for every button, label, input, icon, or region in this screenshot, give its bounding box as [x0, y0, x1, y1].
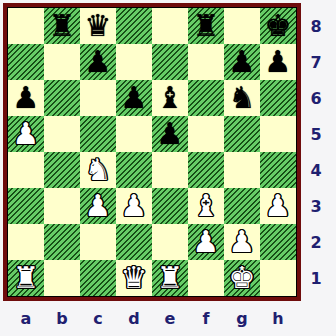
square-h2[interactable] — [260, 224, 296, 260]
square-c4[interactable]: ♞ — [80, 152, 116, 188]
square-h5[interactable] — [260, 116, 296, 152]
file-label-f: f — [188, 304, 224, 332]
square-g2[interactable]: ♟ — [224, 224, 260, 260]
square-a7[interactable] — [8, 44, 44, 80]
square-b3[interactable] — [44, 188, 80, 224]
square-f4[interactable] — [188, 152, 224, 188]
chess-board: ♜♛♜♚♟♟♟♟♟♝♞♟♟♞♟♟♝♟♟♟♜♛♜♚ — [7, 7, 297, 297]
file-label-a: a — [8, 304, 44, 332]
rank-label-4: 4 — [303, 152, 329, 188]
square-g7[interactable]: ♟ — [224, 44, 260, 80]
piece-white-pawn[interactable]: ♟ — [193, 224, 220, 260]
file-label-e: e — [152, 304, 188, 332]
rank-label-6: 6 — [303, 80, 329, 116]
piece-white-pawn[interactable]: ♟ — [229, 224, 256, 260]
piece-black-queen[interactable]: ♛ — [85, 8, 112, 44]
square-d5[interactable] — [116, 116, 152, 152]
rank-label-1: 1 — [303, 260, 329, 296]
square-e3[interactable] — [152, 188, 188, 224]
square-b6[interactable] — [44, 80, 80, 116]
square-f8[interactable]: ♜ — [188, 8, 224, 44]
square-c3[interactable]: ♟ — [80, 188, 116, 224]
square-b4[interactable] — [44, 152, 80, 188]
square-h4[interactable] — [260, 152, 296, 188]
square-b7[interactable] — [44, 44, 80, 80]
square-h7[interactable]: ♟ — [260, 44, 296, 80]
square-h1[interactable] — [260, 260, 296, 296]
piece-black-rook[interactable]: ♜ — [193, 8, 220, 44]
piece-white-rook[interactable]: ♜ — [13, 260, 40, 296]
square-c5[interactable] — [80, 116, 116, 152]
square-d4[interactable] — [116, 152, 152, 188]
square-f7[interactable] — [188, 44, 224, 80]
square-d2[interactable] — [116, 224, 152, 260]
square-e1[interactable]: ♜ — [152, 260, 188, 296]
square-a6[interactable]: ♟ — [8, 80, 44, 116]
piece-white-pawn[interactable]: ♟ — [265, 188, 292, 224]
square-g5[interactable] — [224, 116, 260, 152]
square-h6[interactable] — [260, 80, 296, 116]
rank-label-8: 8 — [303, 8, 329, 44]
piece-black-knight[interactable]: ♞ — [229, 80, 256, 116]
piece-black-pawn[interactable]: ♟ — [121, 80, 148, 116]
piece-white-pawn[interactable]: ♟ — [85, 188, 112, 224]
square-b2[interactable] — [44, 224, 80, 260]
piece-black-pawn[interactable]: ♟ — [229, 44, 256, 80]
piece-white-queen[interactable]: ♛ — [121, 260, 148, 296]
square-d6[interactable]: ♟ — [116, 80, 152, 116]
square-b8[interactable]: ♜ — [44, 8, 80, 44]
square-a2[interactable] — [8, 224, 44, 260]
square-e8[interactable] — [152, 8, 188, 44]
piece-black-pawn[interactable]: ♟ — [13, 80, 40, 116]
file-label-c: c — [80, 304, 116, 332]
square-a4[interactable] — [8, 152, 44, 188]
file-label-h: h — [260, 304, 296, 332]
square-g6[interactable]: ♞ — [224, 80, 260, 116]
piece-white-rook[interactable]: ♜ — [157, 260, 184, 296]
file-label-g: g — [224, 304, 260, 332]
piece-white-knight[interactable]: ♞ — [85, 152, 112, 188]
piece-black-pawn[interactable]: ♟ — [265, 44, 292, 80]
file-label-d: d — [116, 304, 152, 332]
square-c6[interactable] — [80, 80, 116, 116]
square-b5[interactable] — [44, 116, 80, 152]
square-f2[interactable]: ♟ — [188, 224, 224, 260]
rank-label-7: 7 — [303, 44, 329, 80]
square-h8[interactable]: ♚ — [260, 8, 296, 44]
square-d7[interactable] — [116, 44, 152, 80]
square-c8[interactable]: ♛ — [80, 8, 116, 44]
square-c1[interactable] — [80, 260, 116, 296]
square-a1[interactable]: ♜ — [8, 260, 44, 296]
square-g8[interactable] — [224, 8, 260, 44]
square-f1[interactable] — [188, 260, 224, 296]
square-d1[interactable]: ♛ — [116, 260, 152, 296]
square-a3[interactable] — [8, 188, 44, 224]
square-h3[interactable]: ♟ — [260, 188, 296, 224]
square-e5[interactable]: ♟ — [152, 116, 188, 152]
chess-diagram: ♜♛♜♚♟♟♟♟♟♝♞♟♟♞♟♟♝♟♟♟♜♛♜♚ abcdefgh 876543… — [0, 0, 336, 336]
board-frame: ♜♛♜♚♟♟♟♟♟♝♞♟♟♞♟♟♝♟♟♟♜♛♜♚ — [3, 3, 301, 301]
square-c7[interactable]: ♟ — [80, 44, 116, 80]
square-d3[interactable]: ♟ — [116, 188, 152, 224]
piece-black-king[interactable]: ♚ — [265, 8, 292, 44]
piece-white-pawn[interactable]: ♟ — [121, 188, 148, 224]
square-a8[interactable] — [8, 8, 44, 44]
square-e7[interactable] — [152, 44, 188, 80]
square-e4[interactable] — [152, 152, 188, 188]
piece-white-bishop[interactable]: ♝ — [193, 188, 220, 224]
square-c2[interactable] — [80, 224, 116, 260]
piece-black-pawn[interactable]: ♟ — [157, 116, 184, 152]
square-f5[interactable] — [188, 116, 224, 152]
piece-black-pawn[interactable]: ♟ — [85, 44, 112, 80]
square-a5[interactable]: ♟ — [8, 116, 44, 152]
square-b1[interactable] — [44, 260, 80, 296]
square-f3[interactable]: ♝ — [188, 188, 224, 224]
file-label-b: b — [44, 304, 80, 332]
square-d8[interactable] — [116, 8, 152, 44]
rank-labels: 87654321 — [303, 8, 329, 296]
rank-label-5: 5 — [303, 116, 329, 152]
piece-black-bishop[interactable]: ♝ — [157, 80, 184, 116]
piece-white-king[interactable]: ♚ — [229, 260, 256, 296]
rank-label-2: 2 — [303, 224, 329, 260]
file-labels: abcdefgh — [8, 304, 296, 332]
piece-white-pawn[interactable]: ♟ — [13, 116, 40, 152]
piece-black-rook[interactable]: ♜ — [49, 8, 76, 44]
square-e2[interactable] — [152, 224, 188, 260]
square-f6[interactable] — [188, 80, 224, 116]
square-g1[interactable]: ♚ — [224, 260, 260, 296]
square-e6[interactable]: ♝ — [152, 80, 188, 116]
rank-label-3: 3 — [303, 188, 329, 224]
square-g4[interactable] — [224, 152, 260, 188]
square-g3[interactable] — [224, 188, 260, 224]
